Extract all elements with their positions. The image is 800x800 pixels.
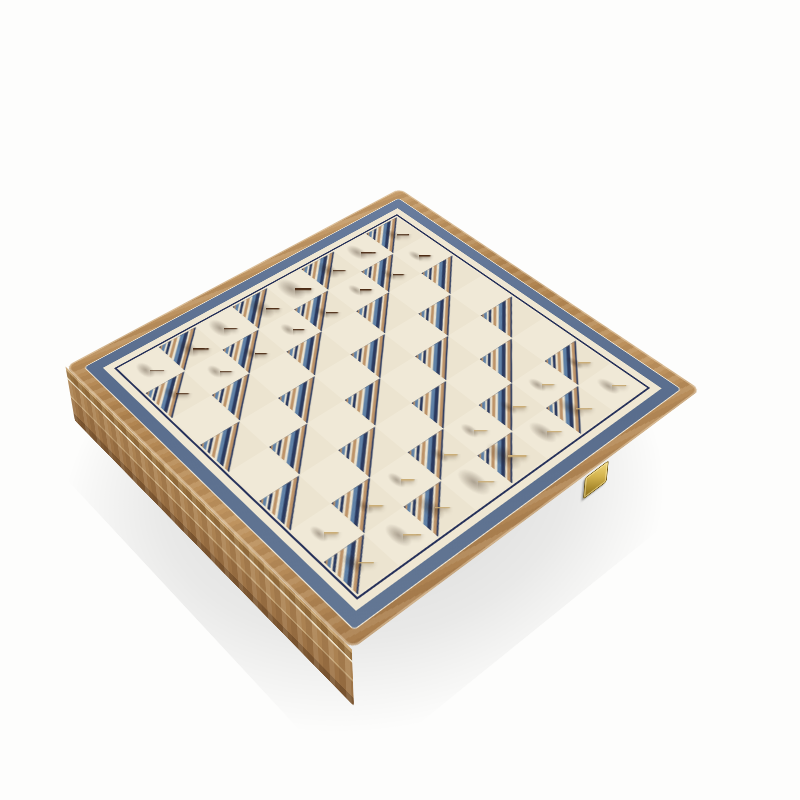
chess-box-assembly: ♜♞♟♝♟♟♚♛♟♟♝♞♟♟♟♜♜♟♟♞♟♝♟♚♟♛♟♝♟♞♟♜ xyxy=(66,189,701,650)
black-pawn-glyph: ♟ xyxy=(158,355,195,402)
product-photo-scene: ♜♞♟♝♟♟♚♛♟♟♝♞♟♟♟♜♜♟♟♞♟♝♟♚♟♛♟♝♟♞♟♜ xyxy=(0,0,800,800)
